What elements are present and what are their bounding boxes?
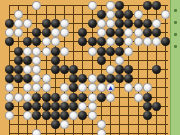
- black-stone: [115, 1, 124, 10]
- white-stone: [143, 83, 152, 92]
- white-stone: [51, 28, 60, 37]
- black-stone: [124, 65, 133, 74]
- black-stone: [106, 74, 115, 83]
- white-stone: [32, 74, 41, 83]
- side-panel-strip[interactable]: [170, 0, 180, 135]
- white-stone: [97, 83, 106, 92]
- white-stone: [42, 37, 51, 46]
- white-stone: [88, 1, 97, 10]
- white-stone: [124, 47, 133, 56]
- white-stone: [88, 111, 97, 120]
- black-stone: [115, 47, 124, 56]
- black-stone: [23, 102, 32, 111]
- black-stone: [115, 65, 124, 74]
- black-stone: [14, 47, 23, 56]
- white-stone: [14, 93, 23, 102]
- white-stone: [60, 28, 69, 37]
- white-stone: [32, 65, 41, 74]
- panel-notch: [174, 33, 177, 36]
- black-stone: [78, 74, 87, 83]
- white-stone: [32, 56, 41, 65]
- black-stone: [51, 19, 60, 28]
- black-stone: [51, 102, 60, 111]
- black-stone: [88, 19, 97, 28]
- black-stone: [115, 19, 124, 28]
- white-stone: [78, 102, 87, 111]
- black-stone: [97, 37, 106, 46]
- panel-notch: [174, 45, 177, 48]
- black-stone: [69, 93, 78, 102]
- white-stone: [106, 1, 115, 10]
- white-stone: [134, 10, 143, 19]
- panel-notch: [174, 21, 177, 24]
- black-stone: [161, 37, 170, 46]
- black-stone: [32, 93, 41, 102]
- white-stone: [42, 47, 51, 56]
- white-stone: [5, 93, 14, 102]
- black-stone: [32, 28, 41, 37]
- white-stone: [97, 129, 106, 135]
- black-stone: [78, 111, 87, 120]
- black-stone: [143, 102, 152, 111]
- black-stone: [97, 56, 106, 65]
- black-stone: [97, 74, 106, 83]
- white-stone: [134, 37, 143, 46]
- white-stone: [42, 74, 51, 83]
- black-stone: [51, 111, 60, 120]
- black-stone: [124, 19, 133, 28]
- white-stone: [88, 93, 97, 102]
- white-stone: [5, 83, 14, 92]
- white-stone: [152, 19, 161, 28]
- black-stone: [88, 37, 97, 46]
- black-stone: [143, 28, 152, 37]
- white-stone: [23, 83, 32, 92]
- white-stone: [78, 83, 87, 92]
- black-stone: [115, 10, 124, 19]
- white-stone: [32, 83, 41, 92]
- black-stone: [51, 65, 60, 74]
- black-stone: [115, 28, 124, 37]
- black-stone: [60, 102, 69, 111]
- black-stone: [143, 93, 152, 102]
- white-stone: [23, 93, 32, 102]
- black-stone: [152, 28, 161, 37]
- black-stone: [115, 74, 124, 83]
- white-stone: [88, 83, 97, 92]
- black-stone: [60, 111, 69, 120]
- black-stone: [78, 37, 87, 46]
- white-stone: [88, 47, 97, 56]
- black-stone: [97, 93, 106, 102]
- white-stone: [134, 83, 143, 92]
- black-stone: [69, 102, 78, 111]
- black-stone: [42, 28, 51, 37]
- white-stone: [106, 37, 115, 46]
- black-stone: [143, 19, 152, 28]
- black-stone: [32, 111, 41, 120]
- black-stone: [5, 65, 14, 74]
- black-stone: [23, 37, 32, 46]
- white-stone: [161, 10, 170, 19]
- white-stone: [60, 47, 69, 56]
- black-stone: [97, 47, 106, 56]
- black-stone: [106, 47, 115, 56]
- white-stone: [14, 19, 23, 28]
- white-stone: [115, 56, 124, 65]
- black-stone: [14, 74, 23, 83]
- black-stone: [78, 93, 87, 102]
- black-stone: [152, 65, 161, 74]
- white-stone: [32, 1, 41, 10]
- white-stone: [134, 28, 143, 37]
- white-stone: [106, 93, 115, 102]
- white-stone: [60, 120, 69, 129]
- black-stone: [134, 19, 143, 28]
- black-stone: [152, 1, 161, 10]
- white-stone: [32, 47, 41, 56]
- white-stone: [124, 37, 133, 46]
- white-stone: [97, 28, 106, 37]
- black-stone: [32, 37, 41, 46]
- white-stone: [124, 28, 133, 37]
- black-stone: [5, 37, 14, 46]
- black-stone: [115, 37, 124, 46]
- white-stone: [134, 93, 143, 102]
- black-stone: [32, 102, 41, 111]
- black-stone: [143, 1, 152, 10]
- black-stone: [124, 74, 133, 83]
- go-app-screenshot: ▲: [0, 0, 180, 135]
- black-stone: [14, 65, 23, 74]
- white-stone: [5, 111, 14, 120]
- white-stone: [5, 28, 14, 37]
- board-grid-line-horizontal: [9, 14, 167, 15]
- black-stone: [42, 102, 51, 111]
- black-stone: [97, 10, 106, 19]
- white-stone: [97, 19, 106, 28]
- black-stone: [51, 56, 60, 65]
- white-stone: [60, 19, 69, 28]
- white-stone: [88, 74, 97, 83]
- black-stone: [69, 65, 78, 74]
- black-stone: [5, 19, 14, 28]
- black-stone: [143, 111, 152, 120]
- black-stone: [5, 102, 14, 111]
- white-stone: [124, 83, 133, 92]
- white-stone: [14, 28, 23, 37]
- black-stone: [60, 65, 69, 74]
- white-stone: [106, 65, 115, 74]
- black-stone: [69, 74, 78, 83]
- black-stone: [5, 74, 14, 83]
- black-stone: [23, 74, 32, 83]
- black-stone: [42, 19, 51, 28]
- white-stone: [106, 83, 115, 92]
- black-stone: [106, 28, 115, 37]
- white-stone: [97, 120, 106, 129]
- white-stone: [143, 37, 152, 46]
- white-stone: [106, 19, 115, 28]
- black-stone: [42, 111, 51, 120]
- white-stone: [60, 93, 69, 102]
- white-stone: [152, 37, 161, 46]
- black-stone: [42, 93, 51, 102]
- white-stone: [23, 65, 32, 74]
- white-stone: [51, 37, 60, 46]
- panel-notch: [174, 9, 177, 12]
- board-grid-line-horizontal: [9, 124, 167, 125]
- black-stone: [78, 28, 87, 37]
- black-stone: [69, 83, 78, 92]
- white-stone: [23, 19, 32, 28]
- go-board[interactable]: ▲: [0, 0, 171, 135]
- white-stone: [32, 129, 41, 135]
- white-stone: [23, 111, 32, 120]
- white-stone: [42, 83, 51, 92]
- white-stone: [23, 47, 32, 56]
- white-stone: [88, 102, 97, 111]
- black-stone: [14, 56, 23, 65]
- white-stone: [14, 10, 23, 19]
- black-stone: [51, 120, 60, 129]
- black-stone: [51, 47, 60, 56]
- white-stone: [60, 83, 69, 92]
- black-stone: [124, 10, 133, 19]
- black-stone: [23, 56, 32, 65]
- black-stone: [152, 102, 161, 111]
- white-stone: [106, 10, 115, 19]
- white-stone: [69, 111, 78, 120]
- black-stone: [51, 93, 60, 102]
